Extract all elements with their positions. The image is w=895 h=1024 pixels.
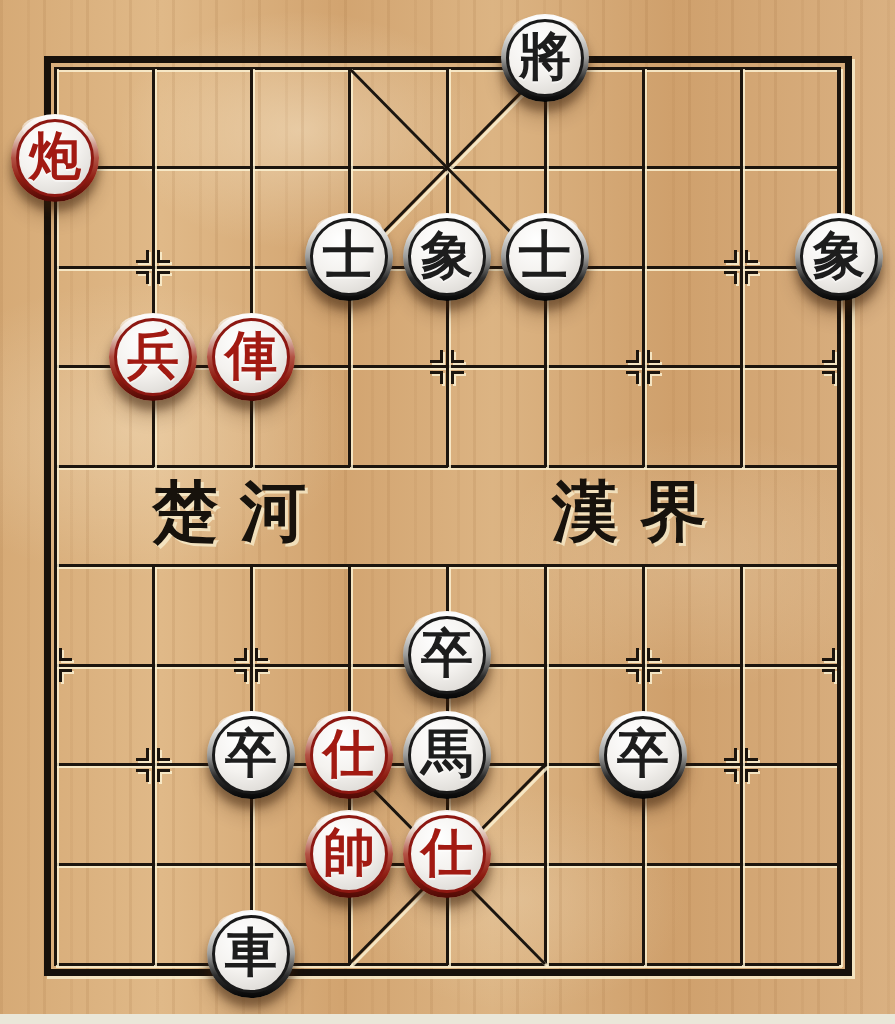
point-marker (821, 349, 857, 385)
bottom-strip (0, 1014, 895, 1024)
piece-black-elephant-center[interactable]: 象 (403, 213, 491, 301)
piece-glyph: 將 (519, 30, 571, 82)
piece-red-soldier[interactable]: 兵 (109, 313, 197, 401)
river-label-chu-he: 楚河 (152, 478, 328, 544)
piece-glyph: 象 (421, 229, 473, 281)
piece-red-advisor-b[interactable]: 仕 (403, 810, 491, 898)
piece-black-horse[interactable]: 馬 (403, 711, 491, 799)
piece-red-general[interactable]: 帥 (305, 810, 393, 898)
piece-glyph: 仕 (323, 727, 375, 779)
piece-face: 仕 (310, 716, 388, 794)
piece-red-chariot[interactable]: 俥 (207, 313, 295, 401)
point-marker (723, 747, 759, 783)
piece-face: 象 (800, 218, 878, 296)
piece-face: 車 (212, 915, 290, 993)
piece-black-advisor-left[interactable]: 士 (305, 213, 393, 301)
piece-face: 卒 (604, 716, 682, 794)
piece-face: 象 (408, 218, 486, 296)
piece-glyph: 仕 (421, 826, 473, 878)
point-marker (625, 647, 661, 683)
piece-glyph: 士 (519, 229, 571, 281)
point-marker (37, 647, 73, 683)
point-marker (135, 747, 171, 783)
piece-black-elephant-edge[interactable]: 象 (795, 213, 883, 301)
piece-black-advisor-right[interactable]: 士 (501, 213, 589, 301)
point-marker (625, 349, 661, 385)
piece-glyph: 士 (323, 229, 375, 281)
piece-red-cannon[interactable]: 炮 (11, 114, 99, 202)
piece-face: 俥 (212, 318, 290, 396)
piece-black-general[interactable]: 將 (501, 14, 589, 102)
piece-face: 卒 (212, 716, 290, 794)
xiangqi-board-screen: 楚河 漢界 將炮士象士象兵俥卒卒仕馬卒帥仕車 (0, 0, 895, 1024)
piece-glyph: 兵 (127, 329, 179, 381)
point-marker (723, 249, 759, 285)
point-marker (821, 647, 857, 683)
piece-glyph: 車 (225, 926, 277, 978)
piece-red-advisor-a[interactable]: 仕 (305, 711, 393, 799)
piece-glyph: 卒 (617, 727, 669, 779)
piece-face: 帥 (310, 815, 388, 893)
piece-glyph: 馬 (421, 727, 473, 779)
piece-black-chariot[interactable]: 車 (207, 910, 295, 998)
piece-glyph: 卒 (421, 627, 473, 679)
piece-face: 兵 (114, 318, 192, 396)
piece-face: 將 (506, 19, 584, 97)
point-marker (429, 349, 465, 385)
piece-glyph: 象 (813, 229, 865, 281)
piece-face: 馬 (408, 716, 486, 794)
piece-black-soldier-right[interactable]: 卒 (599, 711, 687, 799)
piece-glyph: 俥 (225, 329, 277, 381)
piece-glyph: 卒 (225, 727, 277, 779)
river-label-han-jie: 漢界 (552, 478, 728, 544)
piece-black-soldier-left[interactable]: 卒 (207, 711, 295, 799)
point-marker (135, 249, 171, 285)
piece-face: 炮 (16, 119, 94, 197)
piece-face: 士 (310, 218, 388, 296)
piece-face: 士 (506, 218, 584, 296)
piece-black-soldier-center[interactable]: 卒 (403, 611, 491, 699)
piece-glyph: 帥 (323, 826, 375, 878)
piece-face: 仕 (408, 815, 486, 893)
piece-glyph: 炮 (29, 130, 81, 182)
point-marker (233, 647, 269, 683)
piece-face: 卒 (408, 616, 486, 694)
